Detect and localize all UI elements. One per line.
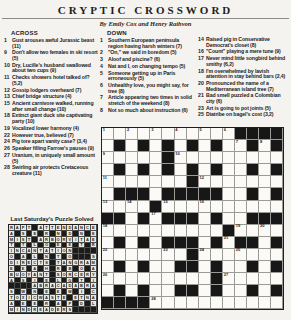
grid-cell[interactable] xyxy=(162,285,174,297)
grid-cell[interactable]: 5 xyxy=(199,128,211,140)
clue-item: 7Article appearing two times in solid st… xyxy=(100,95,194,106)
clue-number: 27 xyxy=(4,153,12,164)
clue-number: 18 xyxy=(4,113,12,124)
black-cell xyxy=(175,261,187,273)
grid-cell[interactable] xyxy=(199,273,211,285)
grid-cell[interactable] xyxy=(259,297,271,309)
divider-rule xyxy=(2,18,289,19)
black-cell xyxy=(211,140,223,152)
clue-item: 4Nat and I, on changing tempo (5) xyxy=(100,64,194,70)
black-cell xyxy=(247,285,259,297)
clue-item: 23Art is going to pot joints (5) xyxy=(198,106,289,112)
grid-cell[interactable]: 28 xyxy=(150,297,162,309)
clue-text: Someone getting up in Paris erroneously … xyxy=(108,71,194,82)
clue-number: 11 xyxy=(4,75,12,86)
cell-number: 17 xyxy=(151,212,155,217)
grid-cell[interactable] xyxy=(223,201,235,213)
cell-number: 9 xyxy=(103,152,105,157)
clue-number: 26 xyxy=(4,146,12,152)
clue-number: 20 xyxy=(198,81,206,92)
clue-text: Don't allow two females in ski resort (5… xyxy=(12,50,98,61)
grid-cell[interactable] xyxy=(223,176,235,188)
clue-number: 25 xyxy=(198,112,206,118)
clue-text: Swirling air protects Cretaceous creatur… xyxy=(12,165,98,176)
clue-item: 3Aloof and piscine? (6) xyxy=(100,57,194,63)
grid-cell[interactable] xyxy=(126,176,138,188)
clue-item: 28Swirling air protects Cretaceous creat… xyxy=(4,165,98,176)
grid-cell[interactable] xyxy=(259,152,271,164)
clue-item: 13Chief bridge structure (4) xyxy=(4,94,98,100)
grid-cell[interactable] xyxy=(138,176,150,188)
black-cell xyxy=(138,188,150,200)
grid-cell[interactable]: 2 xyxy=(126,128,138,140)
black-cell xyxy=(114,188,126,200)
clue-text: Ancient carnivore walked, running after … xyxy=(12,101,98,112)
clue-text: Dry, Lucille's husband swallowed about t… xyxy=(12,63,98,74)
clue-number: 8 xyxy=(100,108,108,114)
clue-text: Aloof and piscine? (6) xyxy=(108,57,160,63)
clue-number: 7 xyxy=(100,95,108,106)
cell-number: 25 xyxy=(236,248,240,253)
solved-grid-title: Last Saturday's Puzzle Solved xyxy=(0,216,104,222)
grid-cell[interactable] xyxy=(235,201,247,213)
grid-cell[interactable]: 27 xyxy=(223,273,235,285)
grid-cell[interactable]: 25 xyxy=(235,249,247,261)
grid-cell[interactable] xyxy=(126,249,138,261)
black-cell xyxy=(114,164,126,176)
grid-cell[interactable]: 13 xyxy=(102,201,114,213)
grid-cell[interactable] xyxy=(150,261,162,273)
down-heading: DOWN xyxy=(107,30,194,36)
grid-cell[interactable] xyxy=(138,249,150,261)
grid-cell[interactable] xyxy=(271,225,283,237)
clue-number: 1 xyxy=(100,38,108,49)
grid-cell[interactable] xyxy=(271,273,283,285)
grid-cell[interactable]: 7 xyxy=(235,140,247,152)
black-cell xyxy=(247,213,259,225)
grid-cell[interactable] xyxy=(211,152,223,164)
black-cell xyxy=(187,261,199,273)
grid-cell[interactable] xyxy=(150,249,162,261)
black-cell xyxy=(114,237,126,249)
clue-item: 9Don't allow two females in ski resort (… xyxy=(4,50,98,61)
cell-number: 4 xyxy=(175,128,177,133)
cell-number: 10 xyxy=(175,152,179,157)
black-cell xyxy=(211,188,223,200)
black-cell xyxy=(187,213,199,225)
grid-cell[interactable] xyxy=(259,201,271,213)
grid-cell[interactable] xyxy=(247,273,259,285)
grid-cell[interactable]: 8 xyxy=(259,140,271,152)
clue-item: 25Diatribe on bagel's cost (3,2) xyxy=(198,112,289,118)
cell-number: 6 xyxy=(224,128,226,133)
grid-cell[interactable] xyxy=(271,201,283,213)
clue-item: 5Someone getting up in Paris erroneously… xyxy=(100,71,194,82)
grid-cell[interactable] xyxy=(114,201,126,213)
clue-item: 8Not so much about instruction (6) xyxy=(100,108,194,114)
clue-text: Never mind little songbird behind smithy… xyxy=(206,56,289,67)
grid-cell[interactable] xyxy=(235,273,247,285)
grid-cell[interactable] xyxy=(162,261,174,273)
grid-cell[interactable]: 9 xyxy=(102,152,114,164)
clue-number: 4 xyxy=(100,64,108,70)
clue-text: Bad smell puzzled a Colombian city (6) xyxy=(206,93,289,104)
black-cell xyxy=(175,213,187,225)
black-cell xyxy=(102,297,114,309)
clue-number: 14 xyxy=(198,37,206,48)
grid-cell[interactable]: 1 xyxy=(102,128,114,140)
grid-cell[interactable] xyxy=(150,225,162,237)
grid-cell[interactable] xyxy=(187,128,199,140)
clue-text: Pig tore apart vanity case? (3,4) xyxy=(12,139,87,145)
across-clues-column: ACROSS 1Gust arouses awful Jurassic beas… xyxy=(4,30,98,178)
grid-cell[interactable] xyxy=(223,249,235,261)
grid-cell[interactable] xyxy=(223,188,235,200)
clue-number: 19 xyxy=(4,126,12,132)
grid-cell[interactable]: 22 xyxy=(102,249,114,261)
grid-cell[interactable] xyxy=(187,152,199,164)
grid-cell[interactable] xyxy=(187,225,199,237)
grid-cell[interactable] xyxy=(150,140,162,152)
black-cell xyxy=(114,297,126,309)
black-cell xyxy=(187,249,199,261)
black-cell xyxy=(211,164,223,176)
clue-number: 10 xyxy=(4,63,12,74)
cell-number: 23 xyxy=(163,248,167,253)
grid-cell[interactable] xyxy=(138,225,150,237)
clue-text: Vocalized lower harmony (4) xyxy=(12,126,79,132)
black-cell xyxy=(211,237,223,249)
black-cell xyxy=(271,140,283,152)
grid-cell[interactable]: 17 xyxy=(150,213,162,225)
grid-cell[interactable] xyxy=(150,188,162,200)
cell-number: 11 xyxy=(103,176,107,181)
grid-cell[interactable] xyxy=(114,128,126,140)
grid-cell[interactable] xyxy=(211,225,223,237)
grid-cell[interactable] xyxy=(247,249,259,261)
grid-cell[interactable] xyxy=(126,213,138,225)
clue-text: Raised pig in Conservative Democrat's cl… xyxy=(206,37,289,48)
grid-cell[interactable]: 24 xyxy=(199,249,211,261)
black-cell xyxy=(247,128,259,140)
clue-text: However true, believed (7) xyxy=(12,133,74,139)
clue-item: 2"On," we said in boredom (5) xyxy=(100,50,194,56)
black-cell xyxy=(162,213,174,225)
grid-cell[interactable] xyxy=(211,201,223,213)
grid-cell[interactable] xyxy=(126,164,138,176)
grid-cell[interactable] xyxy=(150,164,162,176)
down-clue-list-2: 14Raised pig in Conservative Democrat's … xyxy=(198,37,289,118)
cell-number: 7 xyxy=(236,140,238,145)
cell-number: 28 xyxy=(151,297,155,302)
black-cell xyxy=(211,285,223,297)
clue-number: 23 xyxy=(198,106,206,112)
grid-cell[interactable]: 4 xyxy=(175,128,187,140)
black-cell xyxy=(138,261,150,273)
grid-cell[interactable]: 3 xyxy=(150,128,162,140)
grid-cell[interactable] xyxy=(150,273,162,285)
grid-cell[interactable] xyxy=(235,164,247,176)
cell-number: 1 xyxy=(103,128,105,133)
clue-item: 16"Count" playing a mere tune (9) xyxy=(198,49,289,55)
grid-cell[interactable] xyxy=(199,225,211,237)
black-cell xyxy=(187,188,199,200)
grid-cell[interactable] xyxy=(126,140,138,152)
clue-item: 22However true, believed (7) xyxy=(4,133,98,139)
grid-cell[interactable] xyxy=(126,285,138,297)
clue-number: 3 xyxy=(100,57,108,63)
grid-cell[interactable] xyxy=(199,140,211,152)
grid-cell[interactable] xyxy=(138,128,150,140)
grid-cell[interactable] xyxy=(271,152,283,164)
grid-cell[interactable] xyxy=(235,261,247,273)
grid-cell[interactable] xyxy=(259,237,271,249)
cell-number: 15 xyxy=(163,200,167,205)
grid-cell[interactable] xyxy=(187,201,199,213)
grid-cell[interactable] xyxy=(247,297,259,309)
grid-cell[interactable] xyxy=(175,249,187,261)
grid-cell[interactable] xyxy=(175,164,187,176)
clue-text: Southern European peninsula region havin… xyxy=(108,38,194,49)
grid-cell[interactable]: 16 xyxy=(199,201,211,213)
clue-text: Diatribe on bagel's cost (3,2) xyxy=(206,112,273,118)
black-cell xyxy=(175,285,187,297)
clue-item: 24Pig tore apart vanity case? (3,4) xyxy=(4,139,98,145)
clue-item: 17Never mind little songbird behind smit… xyxy=(198,56,289,67)
clue-number: 22 xyxy=(4,133,12,139)
black-cell xyxy=(271,213,283,225)
grid-cell[interactable] xyxy=(211,297,223,309)
black-cell xyxy=(271,261,283,273)
grid-cell[interactable] xyxy=(187,273,199,285)
clue-text: Gossip lodgers overheard (7) xyxy=(12,88,81,94)
grid-cell[interactable]: 21 xyxy=(223,237,235,249)
clue-number: 21 xyxy=(198,93,206,104)
clue-number: 15 xyxy=(4,101,12,112)
black-cell xyxy=(162,140,174,152)
grid-cell[interactable]: 23 xyxy=(162,249,174,261)
grid-cell[interactable] xyxy=(247,225,259,237)
cell-number: 16 xyxy=(200,200,204,205)
clue-item: 21Bad smell puzzled a Colombian city (6) xyxy=(198,93,289,104)
grid-cell[interactable] xyxy=(114,152,126,164)
grid-cell[interactable] xyxy=(271,176,283,188)
black-cell xyxy=(211,213,223,225)
grid-cell[interactable] xyxy=(162,297,174,309)
down-clues-column-2: 14Raised pig in Conservative Democrat's … xyxy=(198,30,289,119)
grid-cell[interactable]: 26 xyxy=(102,273,114,285)
grid-cell[interactable]: 18 xyxy=(102,225,114,237)
grid-cell[interactable] xyxy=(126,261,138,273)
grid-cell[interactable] xyxy=(150,176,162,188)
grid-cell[interactable] xyxy=(114,273,126,285)
black-cell xyxy=(175,237,187,249)
cell-number: 24 xyxy=(200,248,204,253)
clue-text: Not so much about instruction (6) xyxy=(108,108,188,114)
clue-text: Article appearing two times in solid str… xyxy=(108,95,194,106)
grid-cell[interactable] xyxy=(175,297,187,309)
cell-number: 19 xyxy=(236,224,240,229)
grid-cell[interactable] xyxy=(138,152,150,164)
black-cell xyxy=(271,164,283,176)
grid-cell[interactable] xyxy=(211,249,223,261)
grid-cell[interactable]: 15 xyxy=(162,201,174,213)
grid-cell[interactable] xyxy=(126,152,138,164)
clue-item: 20Pronounced the name of a Mediterranean… xyxy=(198,81,289,92)
page-title: CRYPTIC CROSSWORD xyxy=(0,4,291,16)
cell-number: 12 xyxy=(200,176,204,181)
grid-cell[interactable] xyxy=(223,140,235,152)
solved-grid: RAPTATTENDANCEASERNDNEMISTARBORVITAETTLO… xyxy=(8,224,98,314)
grid-cell[interactable] xyxy=(138,273,150,285)
grid-cell[interactable] xyxy=(235,188,247,200)
grid-cell[interactable] xyxy=(259,261,271,273)
clue-text: Chief bridge structure (4) xyxy=(12,94,71,100)
grid-cell[interactable] xyxy=(102,285,114,297)
cell-number: 13 xyxy=(103,200,107,205)
black-cell xyxy=(187,164,199,176)
grid-cell[interactable] xyxy=(175,273,187,285)
clue-text: I'm overwhelmed by lavish attention in s… xyxy=(206,69,289,80)
grid-cell[interactable] xyxy=(162,176,174,188)
black-cell xyxy=(114,285,126,297)
black-cell xyxy=(271,285,283,297)
grid-cell[interactable] xyxy=(223,297,235,309)
across-heading: ACROSS xyxy=(11,30,98,36)
grid-cell[interactable]: 19 xyxy=(235,225,247,237)
grid-cell[interactable] xyxy=(199,152,211,164)
grid-cell[interactable] xyxy=(223,164,235,176)
grid-cell[interactable] xyxy=(259,188,271,200)
grid-cell[interactable]: 11 xyxy=(102,176,114,188)
clue-text: "Count" playing a mere tune (9) xyxy=(206,49,281,55)
black-cell xyxy=(247,188,259,200)
grid-cell[interactable] xyxy=(199,261,211,273)
black-cell xyxy=(247,261,259,273)
grid-cell[interactable] xyxy=(150,237,162,249)
grid-cell[interactable] xyxy=(247,201,259,213)
grid-cell[interactable] xyxy=(247,176,259,188)
clue-number: 24 xyxy=(4,139,12,145)
clue-number: 17 xyxy=(198,56,206,67)
grid-cell[interactable] xyxy=(235,152,247,164)
grid-cell[interactable] xyxy=(211,176,223,188)
black-cell xyxy=(271,237,283,249)
grid-cell[interactable] xyxy=(126,273,138,285)
clue-text: Extinct giant duck site captivating part… xyxy=(12,113,98,124)
grid-cell[interactable] xyxy=(162,225,174,237)
grid-cell[interactable] xyxy=(259,273,271,285)
black-cell xyxy=(162,152,174,164)
clue-item: 15Ancient carnivore walked, running afte… xyxy=(4,101,98,112)
grid-cell[interactable] xyxy=(175,201,187,213)
grid-cell[interactable]: 10 xyxy=(175,152,187,164)
clue-text: Art is going to pot joints (5) xyxy=(206,106,271,112)
clue-item: 26Speaker filling Farrow's pauses (9) xyxy=(4,146,98,152)
grid-cell[interactable] xyxy=(259,176,271,188)
grid-cell[interactable] xyxy=(114,176,126,188)
grid-cell[interactable]: 14 xyxy=(126,201,138,213)
cell-number: 3 xyxy=(151,128,153,133)
grid-cell[interactable] xyxy=(199,285,211,297)
grid-cell[interactable] xyxy=(162,273,174,285)
cell-number: 22 xyxy=(103,248,107,253)
clue-item: 19Vocalized lower harmony (4) xyxy=(4,126,98,132)
black-cell xyxy=(138,237,150,249)
grid-cell[interactable] xyxy=(223,213,235,225)
clue-number: 2 xyxy=(100,50,108,56)
cell-number: 20 xyxy=(260,224,264,229)
grid-cell[interactable]: 6 xyxy=(223,128,235,140)
black-cell xyxy=(187,140,199,152)
grid-cell[interactable]: 12 xyxy=(199,176,211,188)
black-cell xyxy=(138,213,150,225)
grid-cell[interactable] xyxy=(126,225,138,237)
clue-number: 12 xyxy=(4,88,12,94)
grid-cell[interactable] xyxy=(223,285,235,297)
clue-number: 1 xyxy=(4,38,12,49)
grid-cell[interactable] xyxy=(271,249,283,261)
grid-cell[interactable] xyxy=(271,297,283,309)
black-cell xyxy=(114,140,126,152)
black-cell xyxy=(126,297,138,309)
down-clue-list-1: 1Southern European peninsula region havi… xyxy=(100,38,194,113)
grid-cell[interactable] xyxy=(187,297,199,309)
solved-black-cell xyxy=(91,307,97,313)
clue-text: Checks showers hotel talked of? (5,2) xyxy=(12,75,98,86)
grid-cell[interactable] xyxy=(247,152,259,164)
clue-item: 10Dry, Lucille's husband swallowed about… xyxy=(4,63,98,74)
grid-cell[interactable] xyxy=(175,176,187,188)
clue-text: Pronounced the name of a Mediterranean i… xyxy=(206,81,289,92)
grid-cell[interactable] xyxy=(211,128,223,140)
byline: By Emily Cox and Henry Rathvon xyxy=(0,20,291,27)
black-cell xyxy=(138,297,150,309)
black-cell xyxy=(138,140,150,152)
clue-item: 14Raised pig in Conservative Democrat's … xyxy=(198,37,289,48)
grid-cell[interactable] xyxy=(235,176,247,188)
grid-cell[interactable] xyxy=(114,249,126,261)
clue-item: 18I'm overwhelmed by lavish attention in… xyxy=(198,69,289,80)
clue-number: 16 xyxy=(198,49,206,55)
grid-cell[interactable] xyxy=(199,297,211,309)
grid-cell[interactable] xyxy=(259,285,271,297)
black-cell xyxy=(247,237,259,249)
grid-cell[interactable] xyxy=(126,237,138,249)
grid-cell[interactable] xyxy=(259,164,271,176)
clue-item: 18Extinct giant duck site captivating pa… xyxy=(4,113,98,124)
grid-cell[interactable] xyxy=(235,297,247,309)
cell-number: 14 xyxy=(127,200,131,205)
grid-cell[interactable] xyxy=(175,225,187,237)
clue-number: 5 xyxy=(100,71,108,82)
black-cell xyxy=(114,213,126,225)
black-cell xyxy=(211,273,223,285)
grid-cell[interactable] xyxy=(199,213,211,225)
black-cell xyxy=(187,176,199,188)
clue-item: 1Southern European peninsula region havi… xyxy=(100,38,194,49)
grid-cell[interactable] xyxy=(150,152,162,164)
grid-cell[interactable] xyxy=(114,225,126,237)
grid-cell[interactable]: 20 xyxy=(259,225,271,237)
grid-cell[interactable] xyxy=(138,201,150,213)
grid-cell[interactable] xyxy=(162,128,174,140)
grid-cell[interactable] xyxy=(235,285,247,297)
grid-cell[interactable] xyxy=(259,249,271,261)
black-cell xyxy=(162,164,174,176)
grid-cell[interactable] xyxy=(223,152,235,164)
black-cell xyxy=(187,237,199,249)
